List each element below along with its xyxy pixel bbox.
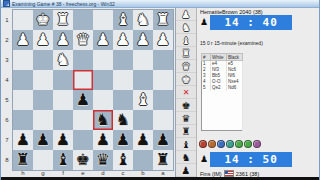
top-pawn-icon: ♟ — [200, 15, 208, 30]
square-f4[interactable] — [53, 70, 73, 90]
square-a5[interactable] — [153, 90, 173, 110]
rank-labels: 12345678 — [1, 10, 13, 170]
square-d6[interactable]: ♞ — [93, 110, 113, 130]
white-king[interactable]: ♚ — [33, 10, 53, 30]
white-bishop[interactable]: ♝ — [113, 10, 133, 30]
square-c2[interactable]: ♟ — [113, 30, 133, 50]
square-g5[interactable] — [33, 90, 53, 110]
square-h2[interactable]: ♟ — [13, 30, 33, 50]
square-b1[interactable]: ♞ — [133, 10, 153, 30]
nav-stop-button[interactable] — [217, 140, 225, 148]
square-d7[interactable]: ♟ — [93, 130, 113, 150]
square-c4[interactable] — [113, 70, 133, 90]
square-b3[interactable] — [133, 50, 153, 70]
us-flag-icon — [224, 170, 234, 177]
black-pawn[interactable]: ♟ — [53, 130, 73, 150]
black-pawn[interactable]: ♟ — [113, 130, 133, 150]
black-pawn[interactable]: ♟ — [153, 130, 173, 150]
square-d3[interactable] — [93, 50, 113, 70]
square-f8[interactable]: ♝ — [53, 150, 73, 170]
black-rook[interactable]: ♜ — [13, 150, 33, 170]
app-icon — [3, 0, 10, 7]
black-queen[interactable]: ♛ — [93, 150, 113, 170]
square-f2[interactable]: ♟ — [53, 30, 73, 50]
bottom-player-rating: 2361 (38) — [236, 171, 260, 177]
palette-black-queen[interactable]: ♛ — [176, 112, 196, 125]
move-list-header: # — [202, 54, 211, 61]
black-pawn[interactable]: ♟ — [73, 90, 93, 110]
white-pawn[interactable]: ♟ — [13, 30, 33, 50]
white-pawn[interactable]: ♟ — [133, 30, 153, 50]
square-e7[interactable] — [73, 130, 93, 150]
square-a1[interactable]: ♜ — [153, 10, 173, 30]
palette-black-king[interactable]: ♚ — [176, 99, 196, 112]
palette-white-bishop[interactable]: ♝ — [176, 34, 196, 47]
white-queen[interactable]: ♛ — [73, 30, 93, 50]
nav-play-button[interactable] — [226, 140, 234, 148]
square-a3[interactable] — [153, 50, 173, 70]
white-rook[interactable]: ♜ — [153, 10, 173, 30]
black-pawn[interactable]: ♟ — [33, 130, 53, 150]
square-c8[interactable]: ♝ — [113, 150, 133, 170]
side-panel: HematiteBrown 2040 (38) ♟ 14 : 40 15 0 r… — [197, 8, 319, 177]
nav-button-row — [199, 140, 261, 148]
board-area: 12345678 ♚♜♝♞♜♟♟♟♛♟♟♟♟♞♟♝♞♞♟♟♟♟♟♟♟♜♝♚♛♝♜… — [1, 8, 175, 177]
square-g2[interactable]: ♟ — [33, 30, 53, 50]
nav-forward-button[interactable] — [235, 140, 243, 148]
palette-white-knight[interactable]: ♞ — [176, 21, 196, 34]
square-e1[interactable] — [73, 10, 93, 30]
bottom-pawn-icon: ♟ — [200, 152, 208, 167]
square-a7[interactable]: ♟ — [153, 130, 173, 150]
white-bishop[interactable]: ♝ — [133, 90, 153, 110]
square-c7[interactable]: ♟ — [113, 130, 133, 150]
black-knight[interactable]: ♞ — [113, 110, 133, 130]
square-f1[interactable]: ♜ — [53, 10, 73, 30]
square-b6[interactable] — [133, 110, 153, 130]
square-g6[interactable] — [33, 110, 53, 130]
square-f5[interactable] — [53, 90, 73, 110]
square-e6[interactable] — [73, 110, 93, 130]
file-labels: hgfedcba — [13, 170, 173, 177]
square-d1[interactable] — [93, 10, 113, 30]
nav-forward-all-button[interactable] — [244, 140, 252, 148]
nav-back-button[interactable] — [208, 140, 216, 148]
square-e5[interactable]: ♟ — [73, 90, 93, 110]
square-f7[interactable]: ♟ — [53, 130, 73, 150]
square-c6[interactable]: ♞ — [113, 110, 133, 130]
palette-remove-x[interactable]: ✕ — [176, 86, 196, 99]
square-d4[interactable] — [93, 70, 113, 90]
title-bar[interactable]: Examining Game # 38 - freechess.org - Wi… — [1, 0, 319, 8]
move-list-header: White — [211, 54, 227, 61]
bottom-player-label: Fins (IM) 2361 (38) — [200, 170, 259, 177]
white-knight[interactable]: ♞ — [133, 10, 153, 30]
square-h6[interactable] — [13, 110, 33, 130]
black-pawn[interactable]: ♟ — [93, 130, 113, 150]
square-b8[interactable] — [133, 150, 153, 170]
move-list-header: Black — [227, 54, 243, 61]
square-f3[interactable]: ♞ — [53, 50, 73, 70]
piece-palette[interactable]: ♟♞♝♜♛♚✕♚♛♜♝♞♟ — [175, 8, 197, 177]
square-h5[interactable] — [13, 90, 33, 110]
black-pawn[interactable]: ♟ — [13, 130, 33, 150]
square-g7[interactable]: ♟ — [33, 130, 53, 150]
nav-flip-button[interactable] — [253, 140, 261, 148]
white-pawn[interactable]: ♟ — [53, 30, 73, 50]
white-rook[interactable]: ♜ — [53, 10, 73, 30]
square-h4[interactable] — [13, 70, 33, 90]
move-list-empty-space — [202, 91, 243, 131]
window-bottom-edge — [1, 177, 319, 180]
square-a8[interactable]: ♜ — [153, 150, 173, 170]
move-list[interactable]: #WhiteBlack 1e4e52Nf3Nc63Bb5Nf64O-ONxe45… — [201, 53, 243, 131]
palette-white-pawn[interactable]: ♟ — [176, 8, 196, 21]
square-g3[interactable] — [33, 50, 53, 70]
bottom-player-clock: 14 : 50 — [210, 152, 292, 167]
square-g4[interactable] — [33, 70, 53, 90]
square-f6[interactable] — [53, 110, 73, 130]
square-e3[interactable] — [73, 50, 93, 70]
square-e2[interactable]: ♛ — [73, 30, 93, 50]
black-knight[interactable]: ♞ — [93, 110, 113, 130]
game-info-line: 15 0 r 15-minute (examined) — [200, 40, 263, 46]
square-h1[interactable] — [13, 10, 33, 30]
nav-back-all-button[interactable] — [199, 140, 207, 148]
black-bishop[interactable]: ♝ — [53, 150, 73, 170]
black-pawn[interactable]: ♟ — [133, 130, 153, 150]
square-a6[interactable] — [153, 110, 173, 130]
square-d2[interactable]: ♟ — [93, 30, 113, 50]
palette-black-knight[interactable]: ♞ — [176, 151, 196, 164]
square-g1[interactable]: ♚ — [33, 10, 53, 30]
square-c5[interactable] — [113, 90, 133, 110]
palette-white-rook[interactable]: ♜ — [176, 47, 196, 60]
palette-black-rook[interactable]: ♜ — [176, 125, 196, 138]
square-e8[interactable]: ♚ — [73, 150, 93, 170]
black-rook[interactable]: ♜ — [153, 150, 173, 170]
square-a4[interactable] — [153, 70, 173, 90]
palette-black-pawn[interactable]: ♟ — [176, 164, 196, 177]
palette-white-king[interactable]: ♚ — [176, 73, 196, 86]
square-d8[interactable]: ♛ — [93, 150, 113, 170]
black-king[interactable]: ♚ — [73, 150, 93, 170]
square-c1[interactable]: ♝ — [113, 10, 133, 30]
white-pawn[interactable]: ♟ — [33, 30, 53, 50]
square-h8[interactable]: ♜ — [13, 150, 33, 170]
white-pawn[interactable]: ♟ — [153, 30, 173, 50]
black-bishop[interactable]: ♝ — [113, 150, 133, 170]
square-d5[interactable] — [93, 90, 113, 110]
white-pawn[interactable]: ♟ — [93, 30, 113, 50]
window-title: Examining Game # 38 - freechess.org - Wi… — [12, 1, 115, 7]
app-window: Examining Game # 38 - freechess.org - Wi… — [0, 0, 320, 180]
white-pawn[interactable]: ♟ — [113, 30, 133, 50]
square-h7[interactable]: ♟ — [13, 130, 33, 150]
palette-black-bishop[interactable]: ♝ — [176, 138, 196, 151]
square-a2[interactable]: ♟ — [153, 30, 173, 50]
square-b4[interactable] — [133, 70, 153, 90]
square-c3[interactable] — [113, 50, 133, 70]
square-e4[interactable] — [73, 70, 93, 90]
square-b5[interactable]: ♝ — [133, 90, 153, 110]
square-b2[interactable]: ♟ — [133, 30, 153, 50]
square-h3[interactable] — [13, 50, 33, 70]
white-knight[interactable]: ♞ — [53, 50, 73, 70]
bottom-player-name: Fins (IM) — [200, 171, 222, 177]
palette-white-queen[interactable]: ♛ — [176, 60, 196, 73]
square-g8[interactable] — [33, 150, 53, 170]
chess-board[interactable]: ♚♜♝♞♜♟♟♟♛♟♟♟♟♞♟♝♞♞♟♟♟♟♟♟♟♜♝♚♛♝♜ — [13, 10, 173, 170]
top-player-clock: 14 : 40 — [210, 15, 292, 30]
square-b7[interactable]: ♟ — [133, 130, 153, 150]
